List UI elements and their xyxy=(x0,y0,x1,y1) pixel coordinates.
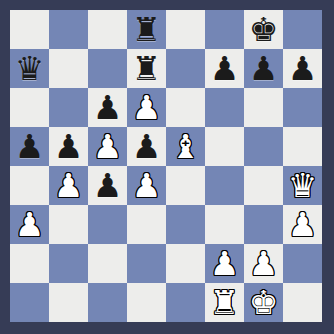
square-h7[interactable]: ♟ xyxy=(283,49,322,88)
white-rook[interactable]: ♜ xyxy=(210,283,240,322)
square-a1[interactable] xyxy=(10,283,49,322)
square-g3[interactable] xyxy=(244,205,283,244)
square-d2[interactable] xyxy=(127,244,166,283)
chess-board: ♜♚♛♜♟♟♟♟♟♟♟♟♟♝♟♟♟♛♟♟♟♟♜♚ xyxy=(10,10,322,322)
square-c2[interactable] xyxy=(88,244,127,283)
black-pawn[interactable]: ♟ xyxy=(15,127,45,166)
square-f3[interactable] xyxy=(205,205,244,244)
square-g8[interactable]: ♚ xyxy=(244,10,283,49)
square-b1[interactable] xyxy=(49,283,88,322)
square-b5[interactable]: ♟ xyxy=(49,127,88,166)
square-h4[interactable]: ♛ xyxy=(283,166,322,205)
square-c4[interactable]: ♟ xyxy=(88,166,127,205)
square-c1[interactable] xyxy=(88,283,127,322)
square-d1[interactable] xyxy=(127,283,166,322)
square-d6[interactable]: ♟ xyxy=(127,88,166,127)
square-e4[interactable] xyxy=(166,166,205,205)
square-b2[interactable] xyxy=(49,244,88,283)
square-a2[interactable] xyxy=(10,244,49,283)
square-h3[interactable]: ♟ xyxy=(283,205,322,244)
square-a3[interactable]: ♟ xyxy=(10,205,49,244)
square-f8[interactable] xyxy=(205,10,244,49)
square-d7[interactable]: ♜ xyxy=(127,49,166,88)
white-queen[interactable]: ♛ xyxy=(288,166,318,205)
white-pawn[interactable]: ♟ xyxy=(15,205,45,244)
square-g7[interactable]: ♟ xyxy=(244,49,283,88)
square-e5[interactable]: ♝ xyxy=(166,127,205,166)
black-king[interactable]: ♚ xyxy=(249,10,279,49)
square-f1[interactable]: ♜ xyxy=(205,283,244,322)
square-c7[interactable] xyxy=(88,49,127,88)
square-a8[interactable] xyxy=(10,10,49,49)
square-c8[interactable] xyxy=(88,10,127,49)
square-b7[interactable] xyxy=(49,49,88,88)
square-b4[interactable]: ♟ xyxy=(49,166,88,205)
square-d8[interactable]: ♜ xyxy=(127,10,166,49)
square-c3[interactable] xyxy=(88,205,127,244)
black-pawn[interactable]: ♟ xyxy=(54,127,84,166)
square-b8[interactable] xyxy=(49,10,88,49)
square-e7[interactable] xyxy=(166,49,205,88)
black-pawn[interactable]: ♟ xyxy=(210,49,240,88)
square-f7[interactable]: ♟ xyxy=(205,49,244,88)
white-pawn[interactable]: ♟ xyxy=(54,166,84,205)
white-pawn[interactable]: ♟ xyxy=(288,205,318,244)
black-rook[interactable]: ♜ xyxy=(132,49,162,88)
black-pawn[interactable]: ♟ xyxy=(132,127,162,166)
square-e6[interactable] xyxy=(166,88,205,127)
square-e8[interactable] xyxy=(166,10,205,49)
square-f2[interactable]: ♟ xyxy=(205,244,244,283)
square-b3[interactable] xyxy=(49,205,88,244)
square-h8[interactable] xyxy=(283,10,322,49)
black-rook[interactable]: ♜ xyxy=(132,10,162,49)
white-pawn[interactable]: ♟ xyxy=(132,166,162,205)
white-pawn[interactable]: ♟ xyxy=(210,244,240,283)
square-a7[interactable]: ♛ xyxy=(10,49,49,88)
square-f5[interactable] xyxy=(205,127,244,166)
black-pawn[interactable]: ♟ xyxy=(93,88,123,127)
square-e3[interactable] xyxy=(166,205,205,244)
square-c6[interactable]: ♟ xyxy=(88,88,127,127)
white-pawn[interactable]: ♟ xyxy=(249,244,279,283)
white-pawn[interactable]: ♟ xyxy=(93,127,123,166)
square-e1[interactable] xyxy=(166,283,205,322)
square-b6[interactable] xyxy=(49,88,88,127)
black-pawn[interactable]: ♟ xyxy=(93,166,123,205)
black-pawn[interactable]: ♟ xyxy=(249,49,279,88)
square-g2[interactable]: ♟ xyxy=(244,244,283,283)
square-h5[interactable] xyxy=(283,127,322,166)
square-g5[interactable] xyxy=(244,127,283,166)
square-c5[interactable]: ♟ xyxy=(88,127,127,166)
square-d3[interactable] xyxy=(127,205,166,244)
square-h6[interactable] xyxy=(283,88,322,127)
black-pawn[interactable]: ♟ xyxy=(288,49,318,88)
square-h2[interactable] xyxy=(283,244,322,283)
square-a4[interactable] xyxy=(10,166,49,205)
square-g4[interactable] xyxy=(244,166,283,205)
square-g6[interactable] xyxy=(244,88,283,127)
square-f6[interactable] xyxy=(205,88,244,127)
square-f4[interactable] xyxy=(205,166,244,205)
square-d4[interactable]: ♟ xyxy=(127,166,166,205)
square-e2[interactable] xyxy=(166,244,205,283)
square-d5[interactable]: ♟ xyxy=(127,127,166,166)
board-frame: ♜♚♛♜♟♟♟♟♟♟♟♟♟♝♟♟♟♛♟♟♟♟♜♚ xyxy=(0,0,334,334)
white-pawn[interactable]: ♟ xyxy=(132,88,162,127)
square-h1[interactable] xyxy=(283,283,322,322)
white-bishop[interactable]: ♝ xyxy=(171,127,201,166)
square-a5[interactable]: ♟ xyxy=(10,127,49,166)
white-king[interactable]: ♚ xyxy=(249,283,279,322)
square-g1[interactable]: ♚ xyxy=(244,283,283,322)
square-a6[interactable] xyxy=(10,88,49,127)
black-queen[interactable]: ♛ xyxy=(15,49,45,88)
